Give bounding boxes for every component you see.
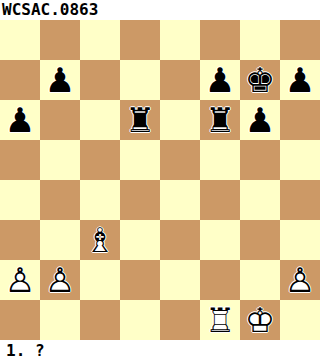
white-rook-piece: ♜♖ <box>200 300 240 340</box>
square-f6[interactable]: ♜ <box>200 100 240 140</box>
white-pawn-piece: ♟♙ <box>40 260 80 300</box>
square-c5[interactable] <box>80 140 120 180</box>
square-d6[interactable]: ♜ <box>120 100 160 140</box>
square-a5[interactable] <box>0 140 40 180</box>
black-pawn-piece: ♟ <box>280 60 320 100</box>
black-rook-piece: ♜ <box>200 100 240 140</box>
square-b8[interactable] <box>40 20 80 60</box>
white-pawn-outline: ♙ <box>285 263 315 297</box>
move-prompt: 1. ? <box>0 340 320 360</box>
square-e1[interactable] <box>160 300 200 340</box>
square-e5[interactable] <box>160 140 200 180</box>
square-d7[interactable] <box>120 60 160 100</box>
square-c2[interactable] <box>80 260 120 300</box>
square-c8[interactable] <box>80 20 120 60</box>
square-g1[interactable]: ♚♔ <box>240 300 280 340</box>
black-pawn-piece: ♟ <box>240 100 280 140</box>
square-d2[interactable] <box>120 260 160 300</box>
square-h2[interactable]: ♟♙ <box>280 260 320 300</box>
square-c7[interactable] <box>80 60 120 100</box>
square-e8[interactable] <box>160 20 200 60</box>
square-d5[interactable] <box>120 140 160 180</box>
square-g3[interactable] <box>240 220 280 260</box>
square-f4[interactable] <box>200 180 240 220</box>
square-g4[interactable] <box>240 180 280 220</box>
square-h5[interactable] <box>280 140 320 180</box>
square-f3[interactable] <box>200 220 240 260</box>
square-e4[interactable] <box>160 180 200 220</box>
square-f8[interactable] <box>200 20 240 60</box>
square-b1[interactable] <box>40 300 80 340</box>
square-e6[interactable] <box>160 100 200 140</box>
black-pawn-piece: ♟ <box>200 60 240 100</box>
square-h4[interactable] <box>280 180 320 220</box>
square-h8[interactable] <box>280 20 320 60</box>
square-g2[interactable] <box>240 260 280 300</box>
square-a1[interactable] <box>0 300 40 340</box>
square-b2[interactable]: ♟♙ <box>40 260 80 300</box>
white-king-outline: ♔ <box>245 303 275 337</box>
square-f5[interactable] <box>200 140 240 180</box>
square-e3[interactable] <box>160 220 200 260</box>
square-b4[interactable] <box>40 180 80 220</box>
black-pawn-piece: ♟ <box>0 100 40 140</box>
square-e7[interactable] <box>160 60 200 100</box>
white-bishop-piece: ♝♗ <box>80 220 120 260</box>
square-g6[interactable]: ♟ <box>240 100 280 140</box>
square-d8[interactable] <box>120 20 160 60</box>
white-pawn-piece: ♟♙ <box>280 260 320 300</box>
chess-board: ♟♟♚♟♟♜♜♟♝♗♟♙♟♙♟♙♜♖♚♔ <box>0 20 320 340</box>
square-a3[interactable] <box>0 220 40 260</box>
white-bishop-outline: ♗ <box>85 223 115 257</box>
square-h1[interactable] <box>280 300 320 340</box>
square-a2[interactable]: ♟♙ <box>0 260 40 300</box>
square-a6[interactable]: ♟ <box>0 100 40 140</box>
square-c3[interactable]: ♝♗ <box>80 220 120 260</box>
square-b7[interactable]: ♟ <box>40 60 80 100</box>
square-h7[interactable]: ♟ <box>280 60 320 100</box>
square-h6[interactable] <box>280 100 320 140</box>
white-rook-outline: ♖ <box>205 303 235 337</box>
black-king-piece: ♚ <box>240 60 280 100</box>
square-f2[interactable] <box>200 260 240 300</box>
square-a8[interactable] <box>0 20 40 60</box>
square-c4[interactable] <box>80 180 120 220</box>
square-f7[interactable]: ♟ <box>200 60 240 100</box>
white-king-piece: ♚♔ <box>240 300 280 340</box>
square-b3[interactable] <box>40 220 80 260</box>
square-g5[interactable] <box>240 140 280 180</box>
white-pawn-piece: ♟♙ <box>0 260 40 300</box>
square-a7[interactable] <box>0 60 40 100</box>
white-pawn-outline: ♙ <box>45 263 75 297</box>
square-e2[interactable] <box>160 260 200 300</box>
square-c1[interactable] <box>80 300 120 340</box>
square-b6[interactable] <box>40 100 80 140</box>
square-d4[interactable] <box>120 180 160 220</box>
square-b5[interactable] <box>40 140 80 180</box>
square-h3[interactable] <box>280 220 320 260</box>
square-g8[interactable] <box>240 20 280 60</box>
square-g7[interactable]: ♚ <box>240 60 280 100</box>
black-pawn-piece: ♟ <box>40 60 80 100</box>
chess-puzzle-view: WCSAC.0863 ♟♟♚♟♟♜♜♟♝♗♟♙♟♙♟♙♜♖♚♔ 1. ? <box>0 0 320 360</box>
square-d1[interactable] <box>120 300 160 340</box>
square-c6[interactable] <box>80 100 120 140</box>
white-pawn-outline: ♙ <box>5 263 35 297</box>
square-f1[interactable]: ♜♖ <box>200 300 240 340</box>
puzzle-title: WCSAC.0863 <box>0 0 320 20</box>
square-a4[interactable] <box>0 180 40 220</box>
square-d3[interactable] <box>120 220 160 260</box>
black-rook-piece: ♜ <box>120 100 160 140</box>
